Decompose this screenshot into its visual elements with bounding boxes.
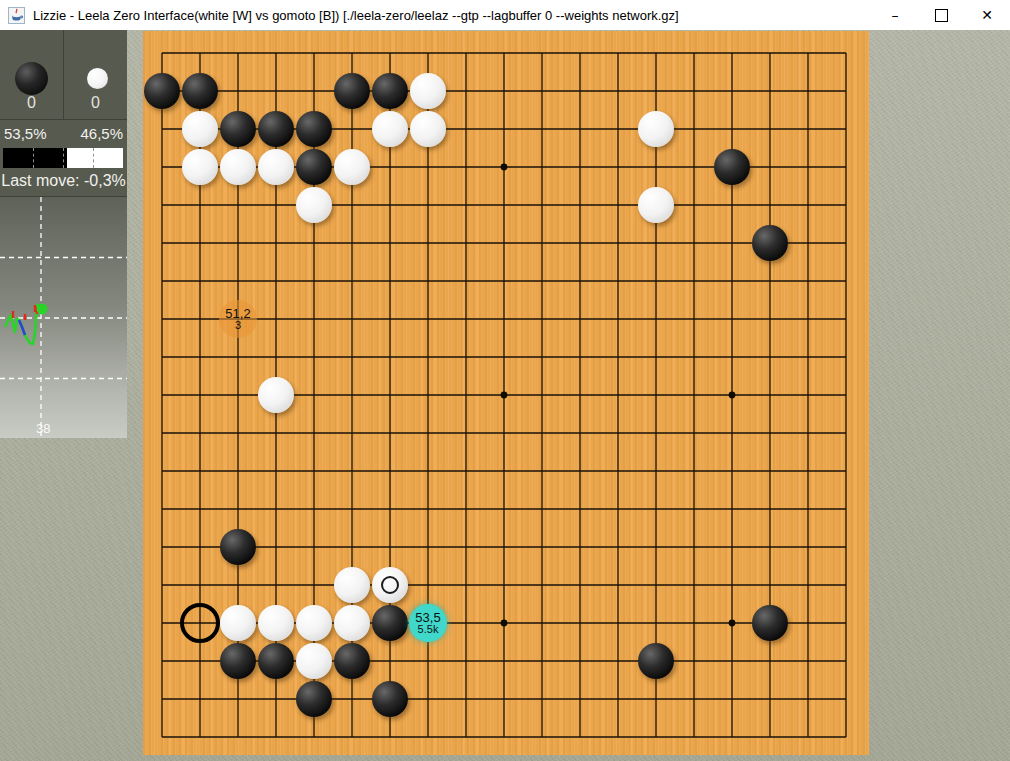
candidate-move-suggestion[interactable]: 51,23 [219,300,257,338]
stone-black [144,73,180,109]
content-area: 0 0 53,5% 46,5% Last move: -0 [0,30,1010,761]
stone-black [714,149,750,185]
window-controls: – ✕ [872,0,1010,30]
stone-white [334,567,370,603]
winrate-graph[interactable]: 38 [0,197,127,438]
stone-black [258,111,294,147]
white-captures: 0 [64,30,127,119]
star-point [501,392,508,399]
close-button[interactable]: ✕ [964,0,1010,30]
stone-white [258,149,294,185]
winrate-bar-tick-50 [63,148,64,168]
stone-black [220,643,256,679]
stone-white [638,187,674,223]
stone-white [220,149,256,185]
star-point [501,164,508,171]
stone-white [258,605,294,641]
black-captures: 0 [0,30,64,119]
analysis-sidebar: 0 0 53,5% 46,5% Last move: -0 [0,30,127,437]
black-capture-count: 0 [0,94,63,112]
stone-black [372,73,408,109]
white-stone-icon [87,68,108,89]
next-move-ring [180,603,220,643]
stone-black [296,149,332,185]
stone-black [296,111,332,147]
stone-black [334,73,370,109]
black-winrate-label: 53,5% [4,125,47,142]
black-stone-icon [15,62,48,95]
winrate-bar-tick-75 [93,148,94,168]
suggestion-visits: 3 [235,320,241,331]
stone-white [258,377,294,413]
stone-black [220,111,256,147]
suggestion-visits: 5.5k [418,624,439,635]
star-point [501,620,508,627]
stone-black [220,529,256,565]
go-board[interactable]: 53,55.5k51,23 [143,31,869,755]
stone-white [334,605,370,641]
stone-white [410,73,446,109]
stone-white [296,643,332,679]
minimize-button[interactable]: – [872,0,918,30]
winrate-bar-black [3,148,67,168]
stone-black [296,681,332,717]
stone-black [638,643,674,679]
star-point [729,392,736,399]
stone-white [220,605,256,641]
stone-black [752,605,788,641]
window-title: Lizzie - Leela Zero Interface(white [W] … [33,8,679,23]
winrate-bar [3,148,123,168]
stone-white [296,605,332,641]
star-point [729,620,736,627]
stone-white [182,149,218,185]
winrate-panel: 53,5% 46,5% Last move: -0,3% [0,120,127,197]
white-capture-count: 0 [64,94,127,112]
last-move-marker [381,576,399,594]
white-winrate-label: 46,5% [80,125,123,142]
last-move-delta: Last move: -0,3% [0,172,127,190]
winrate-bar-tick-25 [33,148,34,168]
stone-white [296,187,332,223]
titlebar[interactable]: Lizzie - Leela Zero Interface(white [W] … [0,0,1010,31]
winrate-graph-plot [0,197,127,438]
java-app-icon [8,7,25,24]
stone-black [372,681,408,717]
captures-panel: 0 0 [0,30,127,120]
lizzie-window: Lizzie - Leela Zero Interface(white [W] … [0,0,1010,761]
stone-white [638,111,674,147]
stone-white [410,111,446,147]
maximize-button[interactable] [918,0,964,30]
maximize-icon [935,9,948,22]
stone-black [334,643,370,679]
stone-white [334,149,370,185]
suggestion-winrate: 51,2 [225,307,250,320]
stone-black [752,225,788,261]
stone-white [372,111,408,147]
stone-white [182,111,218,147]
stone-black [258,643,294,679]
stone-black [372,605,408,641]
best-move-suggestion[interactable]: 53,55.5k [409,604,447,642]
move-number-label: 38 [36,421,50,436]
stone-black [182,73,218,109]
suggestion-winrate: 53,5 [415,611,440,624]
